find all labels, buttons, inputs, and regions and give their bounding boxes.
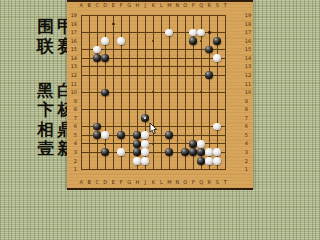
board-point-B3[interactable] [85,148,93,157]
board-point-J18[interactable] [141,20,149,29]
board-point-S1[interactable] [213,165,221,174]
board-point-J12[interactable] [141,71,149,80]
board-point-L18[interactable] [157,20,165,29]
board-point-E3[interactable] [109,148,117,157]
board-point-S14[interactable] [213,54,221,63]
board-point-A3[interactable] [77,148,85,157]
board-point-D16[interactable] [101,37,109,46]
board-point-B4[interactable] [85,139,93,148]
board-point-R14[interactable] [205,54,213,63]
board-point-G12[interactable] [125,71,133,80]
board-point-G7[interactable] [125,114,133,123]
board-point-H5[interactable] [133,131,141,140]
board-point-H3[interactable] [133,148,141,157]
board-point-B5[interactable] [85,131,93,140]
board-point-R13[interactable] [205,62,213,71]
board-point-P7[interactable] [189,114,197,123]
board-point-B9[interactable] [85,97,93,106]
board-point-F6[interactable] [117,122,125,131]
board-point-L4[interactable] [157,139,165,148]
board-point-L5[interactable] [157,131,165,140]
board-point-T4[interactable] [221,139,229,148]
board-point-P3[interactable] [189,148,197,157]
board-point-O18[interactable] [181,20,189,29]
board-point-D6[interactable] [101,122,109,131]
board-point-A6[interactable] [77,122,85,131]
board-point-A17[interactable] [77,28,85,37]
board-point-Q5[interactable] [197,131,205,140]
board-point-N13[interactable] [173,62,181,71]
board-point-M4[interactable] [165,139,173,148]
board-point-H1[interactable] [133,165,141,174]
board-point-O9[interactable] [181,97,189,106]
board-point-S3[interactable] [213,148,221,157]
board-point-N8[interactable] [173,105,181,114]
board-point-S5[interactable] [213,131,221,140]
board-point-C11[interactable] [93,80,101,89]
board-point-D8[interactable] [101,105,109,114]
board-point-E1[interactable] [109,165,117,174]
board-point-S16[interactable] [213,37,221,46]
board-point-J19[interactable] [141,11,149,20]
board-point-G19[interactable] [125,11,133,20]
board-point-O11[interactable] [181,80,189,89]
board-point-K10[interactable] [149,88,157,97]
board-point-D3[interactable] [101,148,109,157]
board-point-L6[interactable] [157,122,165,131]
board-point-O3[interactable] [181,148,189,157]
board-point-G13[interactable] [125,62,133,71]
board-point-N7[interactable] [173,114,181,123]
board-point-J15[interactable] [141,45,149,54]
board-point-D10[interactable] [101,88,109,97]
board-point-H13[interactable] [133,62,141,71]
board-point-D1[interactable] [101,165,109,174]
board-point-N16[interactable] [173,37,181,46]
board-point-E10[interactable] [109,88,117,97]
board-point-S7[interactable] [213,114,221,123]
board-point-F2[interactable] [117,157,125,166]
board-point-P16[interactable] [189,37,197,46]
board-point-Q13[interactable] [197,62,205,71]
board-point-R18[interactable] [205,20,213,29]
board-point-E7[interactable] [109,114,117,123]
board-point-M17[interactable] [165,28,173,37]
board-point-C10[interactable] [93,88,101,97]
board-point-L3[interactable] [157,148,165,157]
board-point-Q4[interactable] [197,139,205,148]
board-point-P5[interactable] [189,131,197,140]
board-point-M6[interactable] [165,122,173,131]
board-point-L13[interactable] [157,62,165,71]
board-point-D9[interactable] [101,97,109,106]
board-point-P8[interactable] [189,105,197,114]
board-point-N10[interactable] [173,88,181,97]
board-point-B13[interactable] [85,62,93,71]
board-point-M13[interactable] [165,62,173,71]
board-point-L19[interactable] [157,11,165,20]
board-point-E18[interactable] [109,20,117,29]
board-point-D15[interactable] [101,45,109,54]
board-point-L17[interactable] [157,28,165,37]
board-point-B18[interactable] [85,20,93,29]
board-point-K12[interactable] [149,71,157,80]
board-point-M8[interactable] [165,105,173,114]
board-point-N6[interactable] [173,122,181,131]
board-point-T19[interactable] [221,11,229,20]
board-point-C9[interactable] [93,97,101,106]
board-point-D19[interactable] [101,11,109,20]
board-point-R8[interactable] [205,105,213,114]
board-point-C18[interactable] [93,20,101,29]
board-point-F19[interactable] [117,11,125,20]
board-point-S6[interactable] [213,122,221,131]
board-point-E5[interactable] [109,131,117,140]
board-point-B8[interactable] [85,105,93,114]
board-point-R1[interactable] [205,165,213,174]
board-point-K14[interactable] [149,54,157,63]
board-point-P11[interactable] [189,80,197,89]
board-point-Q18[interactable] [197,20,205,29]
board-point-F18[interactable] [117,20,125,29]
board-point-O17[interactable] [181,28,189,37]
board-point-O12[interactable] [181,71,189,80]
board-point-A14[interactable] [77,54,85,63]
board-point-H19[interactable] [133,11,141,20]
board-point-P10[interactable] [189,88,197,97]
board-point-H4[interactable] [133,139,141,148]
board-point-O10[interactable] [181,88,189,97]
board-point-S8[interactable] [213,105,221,114]
board-point-K18[interactable] [149,20,157,29]
board-point-T17[interactable] [221,28,229,37]
board-point-E16[interactable] [109,37,117,46]
board-point-B10[interactable] [85,88,93,97]
board-point-D7[interactable] [101,114,109,123]
board-point-B6[interactable] [85,122,93,131]
board-point-F13[interactable] [117,62,125,71]
board-point-C15[interactable] [93,45,101,54]
board-point-N4[interactable] [173,139,181,148]
board-point-R7[interactable] [205,114,213,123]
board-point-L1[interactable] [157,165,165,174]
board-point-N14[interactable] [173,54,181,63]
board-point-O2[interactable] [181,157,189,166]
board-point-Q14[interactable] [197,54,205,63]
board-point-J14[interactable] [141,54,149,63]
board-point-K2[interactable] [149,157,157,166]
board-point-T12[interactable] [221,71,229,80]
board-point-F1[interactable] [117,165,125,174]
board-point-C14[interactable] [93,54,101,63]
board-point-A9[interactable] [77,97,85,106]
board-point-G3[interactable] [125,148,133,157]
board-point-P14[interactable] [189,54,197,63]
board-point-F14[interactable] [117,54,125,63]
board-point-D4[interactable] [101,139,109,148]
board-point-H11[interactable] [133,80,141,89]
board-point-Q2[interactable] [197,157,205,166]
board-point-N1[interactable] [173,165,181,174]
board-point-A4[interactable] [77,139,85,148]
board-point-P1[interactable] [189,165,197,174]
board-point-B12[interactable] [85,71,93,80]
board-point-A5[interactable] [77,131,85,140]
board-point-N3[interactable] [173,148,181,157]
board-point-S12[interactable] [213,71,221,80]
board-point-C6[interactable] [93,122,101,131]
board-point-H12[interactable] [133,71,141,80]
board-point-R17[interactable] [205,28,213,37]
board-point-E15[interactable] [109,45,117,54]
board-point-T16[interactable] [221,37,229,46]
board-point-F10[interactable] [117,88,125,97]
board-point-B19[interactable] [85,11,93,20]
board-point-H8[interactable] [133,105,141,114]
board-point-M18[interactable] [165,20,173,29]
board-point-S18[interactable] [213,20,221,29]
board-point-B15[interactable] [85,45,93,54]
board-point-F7[interactable] [117,114,125,123]
board-point-Q9[interactable] [197,97,205,106]
board-point-C16[interactable] [93,37,101,46]
board-point-T3[interactable] [221,148,229,157]
board-point-Q11[interactable] [197,80,205,89]
board-point-R12[interactable] [205,71,213,80]
board-point-H16[interactable] [133,37,141,46]
board-point-F3[interactable] [117,148,125,157]
board-point-P13[interactable] [189,62,197,71]
board-point-A13[interactable] [77,62,85,71]
board-point-E9[interactable] [109,97,117,106]
board-point-E17[interactable] [109,28,117,37]
board-point-J1[interactable] [141,165,149,174]
board-point-T7[interactable] [221,114,229,123]
board-point-E8[interactable] [109,105,117,114]
board-point-L10[interactable] [157,88,165,97]
board-point-P19[interactable] [189,11,197,20]
board-point-G1[interactable] [125,165,133,174]
board-intersections[interactable] [77,11,229,174]
board-point-G16[interactable] [125,37,133,46]
board-point-Q3[interactable] [197,148,205,157]
board-point-O1[interactable] [181,165,189,174]
board-point-Q6[interactable] [197,122,205,131]
board-point-G14[interactable] [125,54,133,63]
board-point-P15[interactable] [189,45,197,54]
board-point-J17[interactable] [141,28,149,37]
board-point-N12[interactable] [173,71,181,80]
board-point-K9[interactable] [149,97,157,106]
board-point-O4[interactable] [181,139,189,148]
board-point-C1[interactable] [93,165,101,174]
board-point-F16[interactable] [117,37,125,46]
board-point-S10[interactable] [213,88,221,97]
board-point-O5[interactable] [181,131,189,140]
board-point-J9[interactable] [141,97,149,106]
board-point-N2[interactable] [173,157,181,166]
board-point-K8[interactable] [149,105,157,114]
board-point-N18[interactable] [173,20,181,29]
board-point-L12[interactable] [157,71,165,80]
board-point-G9[interactable] [125,97,133,106]
board-point-Q1[interactable] [197,165,205,174]
board-point-H18[interactable] [133,20,141,29]
board-point-H9[interactable] [133,97,141,106]
board-point-G10[interactable] [125,88,133,97]
board-point-F5[interactable] [117,131,125,140]
board-point-J13[interactable] [141,62,149,71]
board-point-B17[interactable] [85,28,93,37]
board-point-O19[interactable] [181,11,189,20]
board-point-T14[interactable] [221,54,229,63]
board-point-G17[interactable] [125,28,133,37]
board-point-G5[interactable] [125,131,133,140]
board-point-Q16[interactable] [197,37,205,46]
board-point-N17[interactable] [173,28,181,37]
board-point-T13[interactable] [221,62,229,71]
board-point-M2[interactable] [165,157,173,166]
board-point-D13[interactable] [101,62,109,71]
board-point-Q19[interactable] [197,11,205,20]
board-point-J8[interactable] [141,105,149,114]
board-point-R10[interactable] [205,88,213,97]
board-point-A1[interactable] [77,165,85,174]
board-point-O15[interactable] [181,45,189,54]
board-point-C3[interactable] [93,148,101,157]
board-point-D5[interactable] [101,131,109,140]
board-point-D18[interactable] [101,20,109,29]
board-point-A2[interactable] [77,157,85,166]
board-point-J4[interactable] [141,139,149,148]
board-point-H17[interactable] [133,28,141,37]
board-point-L7[interactable] [157,114,165,123]
board-point-Q7[interactable] [197,114,205,123]
board-point-N15[interactable] [173,45,181,54]
board-point-L8[interactable] [157,105,165,114]
board-point-T5[interactable] [221,131,229,140]
board-point-M9[interactable] [165,97,173,106]
board-point-K17[interactable] [149,28,157,37]
board-point-M15[interactable] [165,45,173,54]
board-point-P17[interactable] [189,28,197,37]
board-point-E4[interactable] [109,139,117,148]
board-point-B7[interactable] [85,114,93,123]
board-point-T2[interactable] [221,157,229,166]
board-point-S9[interactable] [213,97,221,106]
board-point-G6[interactable] [125,122,133,131]
board-point-S15[interactable] [213,45,221,54]
board-point-M19[interactable] [165,11,173,20]
board-point-M16[interactable] [165,37,173,46]
board-point-D2[interactable] [101,157,109,166]
board-point-Q15[interactable] [197,45,205,54]
board-point-E2[interactable] [109,157,117,166]
board-point-G2[interactable] [125,157,133,166]
board-point-N9[interactable] [173,97,181,106]
board-point-F8[interactable] [117,105,125,114]
board-point-S11[interactable] [213,80,221,89]
board-point-L16[interactable] [157,37,165,46]
board-point-C5[interactable] [93,131,101,140]
board-point-R19[interactable] [205,11,213,20]
board-point-S4[interactable] [213,139,221,148]
board-point-P4[interactable] [189,139,197,148]
board-point-K4[interactable] [149,139,157,148]
board-point-E6[interactable] [109,122,117,131]
board-point-C13[interactable] [93,62,101,71]
board-point-D12[interactable] [101,71,109,80]
board-point-R5[interactable] [205,131,213,140]
board-point-O16[interactable] [181,37,189,46]
board-point-C4[interactable] [93,139,101,148]
board-point-A7[interactable] [77,114,85,123]
board-point-R11[interactable] [205,80,213,89]
board-point-O6[interactable] [181,122,189,131]
board-point-L2[interactable] [157,157,165,166]
board-point-G15[interactable] [125,45,133,54]
board-point-N11[interactable] [173,80,181,89]
board-point-P18[interactable] [189,20,197,29]
board-point-B1[interactable] [85,165,93,174]
go-board[interactable]: ABCDEFGHJKLMNOPQRST ABCDEFGHJKLMNOPQRST … [67,0,253,190]
board-point-D17[interactable] [101,28,109,37]
board-point-H10[interactable] [133,88,141,97]
board-point-F4[interactable] [117,139,125,148]
board-point-F12[interactable] [117,71,125,80]
board-point-P2[interactable] [189,157,197,166]
board-point-B14[interactable] [85,54,93,63]
board-point-R4[interactable] [205,139,213,148]
board-point-P12[interactable] [189,71,197,80]
board-point-R16[interactable] [205,37,213,46]
board-point-R9[interactable] [205,97,213,106]
board-point-C2[interactable] [93,157,101,166]
board-point-L15[interactable] [157,45,165,54]
board-point-N19[interactable] [173,11,181,20]
board-point-C8[interactable] [93,105,101,114]
board-point-D11[interactable] [101,80,109,89]
board-point-R6[interactable] [205,122,213,131]
board-point-T18[interactable] [221,20,229,29]
board-point-M3[interactable] [165,148,173,157]
board-point-Q10[interactable] [197,88,205,97]
board-point-T9[interactable] [221,97,229,106]
board-point-M14[interactable] [165,54,173,63]
board-point-K13[interactable] [149,62,157,71]
board-point-E14[interactable] [109,54,117,63]
board-point-H14[interactable] [133,54,141,63]
board-point-H15[interactable] [133,45,141,54]
board-point-F11[interactable] [117,80,125,89]
board-point-B2[interactable] [85,157,93,166]
board-point-K1[interactable] [149,165,157,174]
board-point-K15[interactable] [149,45,157,54]
board-point-Q17[interactable] [197,28,205,37]
board-point-C17[interactable] [93,28,101,37]
board-point-J11[interactable] [141,80,149,89]
board-point-T11[interactable] [221,80,229,89]
board-point-C12[interactable] [93,71,101,80]
board-point-A19[interactable] [77,11,85,20]
board-point-M1[interactable] [165,165,173,174]
board-point-A15[interactable] [77,45,85,54]
board-point-G18[interactable] [125,20,133,29]
board-point-G11[interactable] [125,80,133,89]
board-point-F9[interactable] [117,97,125,106]
board-point-A8[interactable] [77,105,85,114]
board-point-A18[interactable] [77,20,85,29]
